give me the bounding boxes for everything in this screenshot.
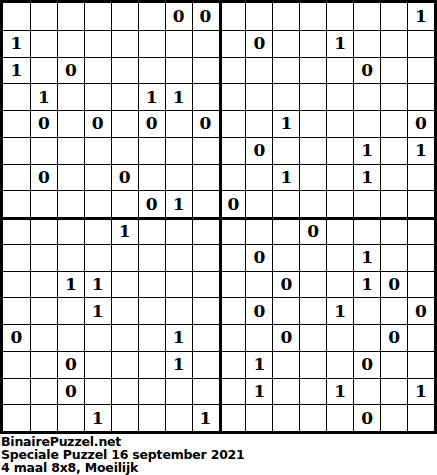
footer: BinairePuzzel.net Speciale Puzzel 16 sep… [0, 434, 437, 474]
cell-r6c2[interactable] [30, 137, 57, 164]
cell-r14c5[interactable] [111, 351, 138, 378]
page: 0011011001110000100110011010100111010101… [0, 0, 437, 475]
cell-r6c5[interactable] [111, 137, 138, 164]
cell-r1c5[interactable] [111, 3, 138, 30]
cell-r3c8[interactable] [192, 57, 219, 84]
cell-r8c4[interactable] [84, 190, 111, 217]
cell-r15c12[interactable] [299, 378, 326, 405]
cell-r11c11: 0 [272, 271, 299, 298]
cell-r12c4: 1 [84, 297, 111, 324]
cell-r4c9[interactable] [219, 83, 246, 110]
cell-r6c1[interactable] [3, 137, 30, 164]
cell-r10c8[interactable] [192, 244, 219, 271]
cell-r10c1[interactable] [3, 244, 30, 271]
cell-r10c2[interactable] [30, 244, 57, 271]
cell-r15c1[interactable] [3, 378, 30, 405]
cell-r7c5: 0 [111, 164, 138, 191]
cell-r14c3: 0 [57, 351, 84, 378]
cell-r6c9[interactable] [219, 137, 246, 164]
cell-r3c13[interactable] [326, 57, 353, 84]
cell-r14c1[interactable] [3, 351, 30, 378]
cell-r2c7[interactable] [165, 30, 192, 57]
cell-r8c15[interactable] [380, 190, 407, 217]
cell-r7c16[interactable] [407, 164, 434, 191]
cell-r15c5[interactable] [111, 378, 138, 405]
cell-r11c10[interactable] [245, 271, 272, 298]
cell-r10c16[interactable] [407, 244, 434, 271]
cell-r14c4[interactable] [84, 351, 111, 378]
cell-r13c11: 0 [272, 324, 299, 351]
cell-r7c13[interactable] [326, 164, 353, 191]
cell-r3c4[interactable] [84, 57, 111, 84]
cell-r12c11[interactable] [272, 297, 299, 324]
cell-r11c1[interactable] [3, 271, 30, 298]
cell-r16c9[interactable] [219, 404, 246, 431]
cell-r14c12[interactable] [299, 351, 326, 378]
cell-r8c3[interactable] [57, 190, 84, 217]
cell-r16c4: 1 [84, 404, 111, 431]
cell-r13c7: 1 [165, 324, 192, 351]
cell-r9c7[interactable] [165, 217, 192, 244]
cell-r1c9[interactable] [219, 3, 246, 30]
cell-r2c10: 0 [245, 30, 272, 57]
cell-r3c9[interactable] [219, 57, 246, 84]
cell-r16c2[interactable] [30, 404, 57, 431]
cell-r5c14[interactable] [353, 110, 380, 137]
cell-r11c12[interactable] [299, 271, 326, 298]
cell-r9c8[interactable] [192, 217, 219, 244]
cell-r14c8[interactable] [192, 351, 219, 378]
cell-r16c16[interactable] [407, 404, 434, 431]
cell-r9c16[interactable] [407, 217, 434, 244]
cell-r8c2[interactable] [30, 190, 57, 217]
cell-r8c16[interactable] [407, 190, 434, 217]
cell-r14c14: 0 [353, 351, 380, 378]
cell-r6c15[interactable] [380, 137, 407, 164]
cell-r5c16: 0 [407, 110, 434, 137]
cell-r1c13[interactable] [326, 3, 353, 30]
cell-r3c11[interactable] [272, 57, 299, 84]
cell-r6c16: 1 [407, 137, 434, 164]
cell-r7c4[interactable] [84, 164, 111, 191]
cell-r13c9[interactable] [219, 324, 246, 351]
cell-r9c2[interactable] [30, 217, 57, 244]
cell-r10c4[interactable] [84, 244, 111, 271]
cell-r1c2[interactable] [30, 3, 57, 30]
cell-r6c12[interactable] [299, 137, 326, 164]
cell-r1c11[interactable] [272, 3, 299, 30]
cell-r12c5[interactable] [111, 297, 138, 324]
cell-r5c1[interactable] [3, 110, 30, 137]
cell-r11c7[interactable] [165, 271, 192, 298]
cell-r8c8[interactable] [192, 190, 219, 217]
cell-r15c6[interactable] [138, 378, 165, 405]
cell-r15c13: 1 [326, 378, 353, 405]
cell-r9c15[interactable] [380, 217, 407, 244]
cell-r3c3: 0 [57, 57, 84, 84]
cell-r11c13[interactable] [326, 271, 353, 298]
cell-r10c13[interactable] [326, 244, 353, 271]
cell-r16c1[interactable] [3, 404, 30, 431]
cell-r14c2[interactable] [30, 351, 57, 378]
cell-r9c13[interactable] [326, 217, 353, 244]
cell-r16c6[interactable] [138, 404, 165, 431]
cell-r15c9[interactable] [219, 378, 246, 405]
cell-r16c11[interactable] [272, 404, 299, 431]
cell-r2c4[interactable] [84, 30, 111, 57]
cell-r8c14[interactable] [353, 190, 380, 217]
cell-r9c14[interactable] [353, 217, 380, 244]
cell-r9c1[interactable] [3, 217, 30, 244]
cell-r8c5[interactable] [111, 190, 138, 217]
cell-r6c3[interactable] [57, 137, 84, 164]
puzzle-board: 0011011001110000100110011010100111010101… [0, 0, 437, 434]
cell-r13c10[interactable] [245, 324, 272, 351]
cell-r15c11[interactable] [272, 378, 299, 405]
cell-r13c6[interactable] [138, 324, 165, 351]
cell-r5c6: 0 [138, 110, 165, 137]
cell-r10c10: 0 [245, 244, 272, 271]
cell-r15c15[interactable] [380, 378, 407, 405]
cell-r1c16: 1 [407, 3, 434, 30]
cell-r4c1[interactable] [3, 83, 30, 110]
cell-r9c12: 0 [299, 217, 326, 244]
cell-r12c1[interactable] [3, 297, 30, 324]
cell-r2c5[interactable] [111, 30, 138, 57]
cell-r2c12[interactable] [299, 30, 326, 57]
cell-r8c12[interactable] [299, 190, 326, 217]
cell-r15c2[interactable] [30, 378, 57, 405]
cell-r16c15[interactable] [380, 404, 407, 431]
cell-r9c11[interactable] [272, 217, 299, 244]
cell-r12c2[interactable] [30, 297, 57, 324]
cell-r4c7: 1 [165, 83, 192, 110]
cell-r9c3[interactable] [57, 217, 84, 244]
cell-r4c10[interactable] [245, 83, 272, 110]
cell-r3c16[interactable] [407, 57, 434, 84]
cell-r2c6[interactable] [138, 30, 165, 57]
cell-r7c2: 0 [30, 164, 57, 191]
cell-r5c5[interactable] [111, 110, 138, 137]
cell-r14c16[interactable] [407, 351, 434, 378]
cell-r7c10[interactable] [245, 164, 272, 191]
cell-r12c14[interactable] [353, 297, 380, 324]
cell-r9c9[interactable] [219, 217, 246, 244]
cell-r16c3[interactable] [57, 404, 84, 431]
cell-r1c10[interactable] [245, 3, 272, 30]
cell-r6c8[interactable] [192, 137, 219, 164]
cell-r3c15[interactable] [380, 57, 407, 84]
cell-r4c15[interactable] [380, 83, 407, 110]
cell-r15c3: 0 [57, 378, 84, 405]
cell-r3c10[interactable] [245, 57, 272, 84]
cell-r16c8: 1 [192, 404, 219, 431]
cell-r10c11[interactable] [272, 244, 299, 271]
cell-r2c3[interactable] [57, 30, 84, 57]
cell-r6c7[interactable] [165, 137, 192, 164]
cell-r7c1[interactable] [3, 164, 30, 191]
cell-r4c14[interactable] [353, 83, 380, 110]
cell-r11c9[interactable] [219, 271, 246, 298]
cell-r9c5: 1 [111, 217, 138, 244]
cell-r13c14[interactable] [353, 324, 380, 351]
cell-r5c8: 0 [192, 110, 219, 137]
cell-r13c16[interactable] [407, 324, 434, 351]
cell-r10c6[interactable] [138, 244, 165, 271]
cell-r7c9[interactable] [219, 164, 246, 191]
cell-r4c2: 1 [30, 83, 57, 110]
cell-r1c15[interactable] [380, 3, 407, 30]
cell-r1c12[interactable] [299, 3, 326, 30]
cell-r3c5[interactable] [111, 57, 138, 84]
cell-r2c14[interactable] [353, 30, 380, 57]
cell-r13c2[interactable] [30, 324, 57, 351]
cell-r6c11[interactable] [272, 137, 299, 164]
cell-r7c3[interactable] [57, 164, 84, 191]
cell-r2c1: 1 [3, 30, 30, 57]
cell-r8c1[interactable] [3, 190, 30, 217]
cell-r9c10[interactable] [245, 217, 272, 244]
cell-r6c10: 0 [245, 137, 272, 164]
cell-r11c5[interactable] [111, 271, 138, 298]
cell-r5c4: 0 [84, 110, 111, 137]
cell-r10c7[interactable] [165, 244, 192, 271]
cell-r9c6[interactable] [138, 217, 165, 244]
cell-r2c13: 1 [326, 30, 353, 57]
cell-r10c15[interactable] [380, 244, 407, 271]
cell-r1c3[interactable] [57, 3, 84, 30]
cell-r7c8[interactable] [192, 164, 219, 191]
cell-r3c1: 1 [3, 57, 30, 84]
cell-r7c12[interactable] [299, 164, 326, 191]
cell-r13c5[interactable] [111, 324, 138, 351]
cell-r2c9[interactable] [219, 30, 246, 57]
cell-r11c15: 0 [380, 271, 407, 298]
cell-r2c8[interactable] [192, 30, 219, 57]
cell-r14c9[interactable] [219, 351, 246, 378]
cell-r13c13[interactable] [326, 324, 353, 351]
cell-r10c9[interactable] [219, 244, 246, 271]
cell-r4c16[interactable] [407, 83, 434, 110]
cell-r10c14: 1 [353, 244, 380, 271]
cell-r8c10[interactable] [245, 190, 272, 217]
cell-r3c7[interactable] [165, 57, 192, 84]
cell-r16c7[interactable] [165, 404, 192, 431]
cell-r15c7[interactable] [165, 378, 192, 405]
cell-r11c8[interactable] [192, 271, 219, 298]
cell-r16c14: 0 [353, 404, 380, 431]
cell-r13c1: 0 [3, 324, 30, 351]
cell-r11c4: 1 [84, 271, 111, 298]
cell-r14c15[interactable] [380, 351, 407, 378]
cell-r11c2[interactable] [30, 271, 57, 298]
cell-r5c15[interactable] [380, 110, 407, 137]
cell-r12c16: 0 [407, 297, 434, 324]
cell-r5c12[interactable] [299, 110, 326, 137]
cell-r12c3[interactable] [57, 297, 84, 324]
cell-r11c16[interactable] [407, 271, 434, 298]
cell-r8c6: 0 [138, 190, 165, 217]
cell-r13c3[interactable] [57, 324, 84, 351]
puzzle-subtitle: 4 maal 8x8, Moeilijk [1, 462, 436, 475]
cell-r4c12[interactable] [299, 83, 326, 110]
cell-r12c8[interactable] [192, 297, 219, 324]
cell-r8c9: 0 [219, 190, 246, 217]
cell-r3c2[interactable] [30, 57, 57, 84]
cell-r12c9[interactable] [219, 297, 246, 324]
cell-r4c6: 1 [138, 83, 165, 110]
cell-r3c6[interactable] [138, 57, 165, 84]
cell-r15c14[interactable] [353, 378, 380, 405]
cell-r6c13[interactable] [326, 137, 353, 164]
cell-r9c4[interactable] [84, 217, 111, 244]
cell-r7c14: 1 [353, 164, 380, 191]
cell-r14c6[interactable] [138, 351, 165, 378]
cell-r7c15[interactable] [380, 164, 407, 191]
cell-r15c4[interactable] [84, 378, 111, 405]
cell-r4c13[interactable] [326, 83, 353, 110]
cell-r11c6[interactable] [138, 271, 165, 298]
cell-r5c7[interactable] [165, 110, 192, 137]
cell-r4c8[interactable] [192, 83, 219, 110]
cell-r14c11[interactable] [272, 351, 299, 378]
cell-r5c3[interactable] [57, 110, 84, 137]
cell-r2c15[interactable] [380, 30, 407, 57]
cell-r1c6[interactable] [138, 3, 165, 30]
cell-r14c10: 1 [245, 351, 272, 378]
cell-r3c12[interactable] [299, 57, 326, 84]
cell-r16c13[interactable] [326, 404, 353, 431]
cell-r16c5[interactable] [111, 404, 138, 431]
cell-r3c14: 0 [353, 57, 380, 84]
cell-r6c14: 1 [353, 137, 380, 164]
cell-r10c5[interactable] [111, 244, 138, 271]
cell-r5c10[interactable] [245, 110, 272, 137]
cell-r5c13[interactable] [326, 110, 353, 137]
cell-r12c10: 0 [245, 297, 272, 324]
cell-r4c11[interactable] [272, 83, 299, 110]
cell-r7c11: 1 [272, 164, 299, 191]
cell-r4c5[interactable] [111, 83, 138, 110]
cell-r13c8[interactable] [192, 324, 219, 351]
cell-r11c14: 1 [353, 271, 380, 298]
cell-r8c11[interactable] [272, 190, 299, 217]
cell-r1c14[interactable] [353, 3, 380, 30]
cell-r1c1[interactable] [3, 3, 30, 30]
cell-r7c6[interactable] [138, 164, 165, 191]
cell-r13c15: 0 [380, 324, 407, 351]
cell-r16c12[interactable] [299, 404, 326, 431]
cell-r7c7[interactable] [165, 164, 192, 191]
cell-r10c12[interactable] [299, 244, 326, 271]
cell-r5c2: 0 [30, 110, 57, 137]
cell-r1c4[interactable] [84, 3, 111, 30]
cell-r13c12[interactable] [299, 324, 326, 351]
cell-r11c3: 1 [57, 271, 84, 298]
cell-r14c13[interactable] [326, 351, 353, 378]
cell-r12c13: 1 [326, 297, 353, 324]
cell-r4c4[interactable] [84, 83, 111, 110]
cell-r1c7: 0 [165, 3, 192, 30]
cell-r8c13[interactable] [326, 190, 353, 217]
cell-r2c2[interactable] [30, 30, 57, 57]
cell-r5c9[interactable] [219, 110, 246, 137]
cell-r12c12[interactable] [299, 297, 326, 324]
cell-r16c10[interactable] [245, 404, 272, 431]
cell-r8c7: 1 [165, 190, 192, 217]
cell-r6c6[interactable] [138, 137, 165, 164]
cell-r4c3[interactable] [57, 83, 84, 110]
cell-r12c15[interactable] [380, 297, 407, 324]
cell-r2c11[interactable] [272, 30, 299, 57]
cell-r2c16[interactable] [407, 30, 434, 57]
cell-r15c10: 1 [245, 378, 272, 405]
cell-r1c8: 0 [192, 3, 219, 30]
cell-r10c3[interactable] [57, 244, 84, 271]
cell-r14c7: 1 [165, 351, 192, 378]
cell-r15c16: 1 [407, 378, 434, 405]
cell-r12c6[interactable] [138, 297, 165, 324]
cell-r12c7[interactable] [165, 297, 192, 324]
cell-r15c8[interactable] [192, 378, 219, 405]
cell-r6c4[interactable] [84, 137, 111, 164]
cell-r13c4[interactable] [84, 324, 111, 351]
cell-r5c11: 1 [272, 110, 299, 137]
